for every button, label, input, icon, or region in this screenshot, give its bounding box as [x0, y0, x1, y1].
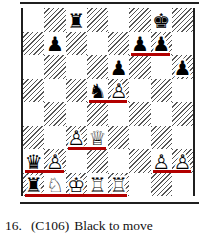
square-b8 — [44, 8, 65, 32]
square-g4 — [151, 102, 172, 126]
square-g5 — [151, 79, 172, 103]
square-a3 — [23, 126, 44, 150]
square-f5 — [129, 79, 150, 103]
spellcheck-squiggle — [89, 100, 128, 103]
square-c1: ♚♔ — [66, 173, 87, 197]
square-d7 — [87, 32, 108, 56]
square-b7: ♟♟ — [44, 32, 65, 56]
square-d8 — [87, 8, 108, 32]
square-e6: ♟♟ — [108, 55, 129, 79]
square-e2 — [108, 149, 129, 173]
square-a5 — [23, 79, 44, 103]
black-pawn-icon: ♟♟ — [108, 56, 129, 80]
square-a6 — [23, 55, 44, 79]
black-pawn-icon: ♟♟ — [172, 56, 193, 80]
square-h6: ♟♟ — [172, 55, 193, 79]
caption-eco-code: (C106) — [31, 218, 69, 234]
square-f2 — [129, 149, 150, 173]
square-b2: ♟♙ — [44, 149, 65, 173]
square-h8 — [172, 8, 193, 32]
square-f3 — [129, 126, 150, 150]
square-d1: ♜♖ — [87, 173, 108, 197]
square-e8 — [108, 8, 129, 32]
square-d2 — [87, 149, 108, 173]
chess-board-frame: ♜♜♚♚♟♟♟♟♟♟♟♟♟♟♞♞♟♙♟♙♛♕♛♛♟♙♟♙♟♙♜♜♞♘♚♔♜♖♜♖ — [21, 8, 195, 196]
black-pawn-icon: ♟♟ — [44, 32, 65, 56]
spellcheck-squiggle — [25, 194, 127, 197]
square-h7 — [172, 32, 193, 56]
black-rook-icon: ♜♜ — [66, 9, 87, 33]
square-e5: ♟♙ — [108, 79, 129, 103]
square-e4 — [108, 102, 129, 126]
square-f6 — [129, 55, 150, 79]
square-c5 — [66, 79, 87, 103]
square-e1: ♜♖ — [108, 173, 129, 197]
square-g2: ♟♙ — [151, 149, 172, 173]
square-h2: ♟♙ — [172, 149, 193, 173]
square-f8 — [129, 8, 150, 32]
square-b6 — [44, 55, 65, 79]
square-g3 — [151, 126, 172, 150]
square-c2 — [66, 149, 87, 173]
square-d4 — [87, 102, 108, 126]
black-king-icon: ♚♚ — [151, 9, 172, 33]
caption-move-number: 16. — [5, 218, 22, 234]
square-d3: ♛♕ — [87, 126, 108, 150]
square-e7 — [108, 32, 129, 56]
square-d5: ♞♞ — [87, 79, 108, 103]
square-g1 — [151, 173, 172, 197]
square-b4 — [44, 102, 65, 126]
square-a7 — [23, 32, 44, 56]
square-a1: ♜♜ — [23, 173, 44, 197]
caption-side-to-move: Black to move — [74, 218, 153, 234]
square-a4 — [23, 102, 44, 126]
square-b3 — [44, 126, 65, 150]
square-h3 — [172, 126, 193, 150]
square-h5 — [172, 79, 193, 103]
square-g7: ♟♟ — [151, 32, 172, 56]
caption: 16. (C106) Black to move — [5, 218, 195, 234]
square-d6 — [87, 55, 108, 79]
top-rule — [20, 2, 199, 4]
square-e3 — [108, 126, 129, 150]
square-b1: ♞♘ — [44, 173, 65, 197]
square-g6 — [151, 55, 172, 79]
square-c8: ♜♜ — [66, 8, 87, 32]
square-c7 — [66, 32, 87, 56]
spellcheck-squiggle — [153, 170, 192, 173]
square-a8 — [23, 8, 44, 32]
square-c4 — [66, 102, 87, 126]
spellcheck-squiggle — [131, 53, 170, 56]
square-f7: ♟♟ — [129, 32, 150, 56]
square-h4 — [172, 102, 193, 126]
square-b5 — [44, 79, 65, 103]
square-h1 — [172, 173, 193, 197]
square-c6 — [66, 55, 87, 79]
chess-board: ♜♜♚♚♟♟♟♟♟♟♟♟♟♟♞♞♟♙♟♙♛♕♛♛♟♙♟♙♟♙♜♜♞♘♚♔♜♖♜♖ — [23, 8, 193, 196]
spellcheck-squiggle — [68, 147, 107, 150]
square-c3: ♟♙ — [66, 126, 87, 150]
bottom-rule — [20, 202, 199, 204]
square-a2: ♛♛ — [23, 149, 44, 173]
square-f1 — [129, 173, 150, 197]
square-f4 — [129, 102, 150, 126]
square-g8: ♚♚ — [151, 8, 172, 32]
spellcheck-squiggle — [25, 170, 64, 173]
